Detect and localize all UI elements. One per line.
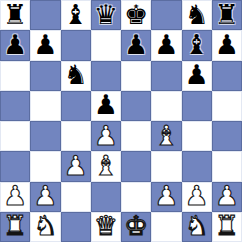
black-pawn[interactable]: ♟ [154,31,178,58]
square-f8[interactable] [151,0,181,30]
white-pawn[interactable]: ♟ [64,152,88,179]
black-pawn[interactable]: ♟ [3,31,27,58]
square-f5[interactable] [151,91,181,121]
square-e7[interactable]: ♟ [121,30,151,60]
square-c7[interactable] [61,30,91,60]
square-d5[interactable]: ♟ [91,91,121,121]
white-bishop[interactable]: ♝ [94,152,118,179]
square-a7[interactable]: ♟ [0,30,30,60]
square-f4[interactable]: ♝ [151,121,181,151]
square-h1[interactable]: ♜ [212,212,242,242]
white-rook[interactable]: ♜ [215,212,239,239]
square-g3[interactable] [182,151,212,181]
black-pawn[interactable]: ♟ [215,31,239,58]
square-e6[interactable] [121,61,151,91]
square-c5[interactable] [61,91,91,121]
black-pawn[interactable]: ♟ [33,31,57,58]
chess-board: ♜♝♛♚♞♜♟♟♟♟♝♟♞♟♟♟♝♟♝♟♟♟♟♟♜♞♛♚♞♜ [0,0,242,242]
black-rook[interactable]: ♜ [3,1,27,28]
white-queen[interactable]: ♛ [94,212,118,239]
square-a2[interactable]: ♟ [0,182,30,212]
square-b7[interactable]: ♟ [30,30,60,60]
square-g6[interactable]: ♟ [182,61,212,91]
square-g4[interactable] [182,121,212,151]
square-e4[interactable] [121,121,151,151]
square-a4[interactable] [0,121,30,151]
square-c6[interactable]: ♞ [61,61,91,91]
white-knight[interactable]: ♞ [33,212,57,239]
black-bishop[interactable]: ♝ [64,1,88,28]
square-d7[interactable] [91,30,121,60]
square-c4[interactable] [61,121,91,151]
square-a3[interactable] [0,151,30,181]
square-g1[interactable]: ♞ [182,212,212,242]
square-h2[interactable]: ♟ [212,182,242,212]
black-pawn[interactable]: ♟ [94,91,118,118]
square-a5[interactable] [0,91,30,121]
white-pawn[interactable]: ♟ [185,182,209,209]
square-a8[interactable]: ♜ [0,0,30,30]
square-f3[interactable] [151,151,181,181]
black-bishop[interactable]: ♝ [185,31,209,58]
square-f2[interactable]: ♟ [151,182,181,212]
square-e1[interactable]: ♚ [121,212,151,242]
square-e5[interactable] [121,91,151,121]
square-h8[interactable]: ♜ [212,0,242,30]
square-f7[interactable]: ♟ [151,30,181,60]
white-pawn[interactable]: ♟ [215,182,239,209]
black-queen[interactable]: ♛ [94,1,118,28]
square-e3[interactable] [121,151,151,181]
white-knight[interactable]: ♞ [185,212,209,239]
black-king[interactable]: ♚ [124,1,148,28]
square-h6[interactable] [212,61,242,91]
square-g5[interactable] [182,91,212,121]
square-e8[interactable]: ♚ [121,0,151,30]
square-h3[interactable] [212,151,242,181]
square-c1[interactable] [61,212,91,242]
white-pawn[interactable]: ♟ [3,182,27,209]
square-h7[interactable]: ♟ [212,30,242,60]
square-b4[interactable] [30,121,60,151]
square-d2[interactable] [91,182,121,212]
square-a6[interactable] [0,61,30,91]
square-f6[interactable] [151,61,181,91]
black-pawn[interactable]: ♟ [124,31,148,58]
square-d3[interactable]: ♝ [91,151,121,181]
black-knight[interactable]: ♞ [185,1,209,28]
square-e2[interactable] [121,182,151,212]
white-pawn[interactable]: ♟ [94,122,118,149]
white-pawn[interactable]: ♟ [154,182,178,209]
black-rook[interactable]: ♜ [215,1,239,28]
square-d6[interactable] [91,61,121,91]
square-g2[interactable]: ♟ [182,182,212,212]
square-b5[interactable] [30,91,60,121]
square-b1[interactable]: ♞ [30,212,60,242]
square-d1[interactable]: ♛ [91,212,121,242]
white-bishop[interactable]: ♝ [154,122,178,149]
square-c3[interactable]: ♟ [61,151,91,181]
square-h5[interactable] [212,91,242,121]
square-b3[interactable] [30,151,60,181]
square-b8[interactable] [30,0,60,30]
square-c8[interactable]: ♝ [61,0,91,30]
square-a1[interactable]: ♜ [0,212,30,242]
square-g7[interactable]: ♝ [182,30,212,60]
square-d8[interactable]: ♛ [91,0,121,30]
square-f1[interactable] [151,212,181,242]
square-h4[interactable] [212,121,242,151]
square-b6[interactable] [30,61,60,91]
white-king[interactable]: ♚ [124,212,148,239]
black-knight[interactable]: ♞ [64,61,88,88]
black-pawn[interactable]: ♟ [185,61,209,88]
square-g8[interactable]: ♞ [182,0,212,30]
square-c2[interactable] [61,182,91,212]
white-pawn[interactable]: ♟ [33,182,57,209]
square-d4[interactable]: ♟ [91,121,121,151]
square-b2[interactable]: ♟ [30,182,60,212]
white-rook[interactable]: ♜ [3,212,27,239]
